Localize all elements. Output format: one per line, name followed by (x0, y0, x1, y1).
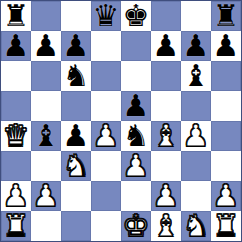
piece-black-bishop[interactable]: ♝ (183, 61, 210, 91)
piece-white-knight[interactable]: ♞ (183, 211, 210, 241)
square-f5[interactable] (151, 91, 181, 121)
square-e6[interactable] (121, 61, 151, 91)
square-e7[interactable] (121, 31, 151, 61)
piece-white-queen[interactable]: ♛ (3, 121, 30, 151)
square-a4[interactable]: ♛ (1, 121, 31, 151)
piece-white-king[interactable]: ♚ (123, 211, 150, 241)
piece-white-pawn[interactable]: ♟ (3, 181, 30, 211)
square-f7[interactable]: ♟ (151, 31, 181, 61)
square-d5[interactable] (91, 91, 121, 121)
square-h8[interactable]: ♜ (211, 1, 241, 31)
piece-black-queen[interactable]: ♛ (93, 1, 120, 31)
piece-black-king[interactable]: ♚ (123, 1, 150, 31)
square-e8[interactable]: ♚ (121, 1, 151, 31)
piece-white-pawn[interactable]: ♟ (153, 181, 180, 211)
piece-black-knight[interactable]: ♞ (63, 61, 90, 91)
piece-black-pawn[interactable]: ♟ (183, 31, 210, 61)
square-b4[interactable]: ♝ (31, 121, 61, 151)
square-a3[interactable] (1, 151, 31, 181)
square-h5[interactable] (211, 91, 241, 121)
piece-white-pawn[interactable]: ♟ (33, 181, 60, 211)
piece-black-pawn[interactable]: ♟ (123, 91, 150, 121)
piece-white-pawn[interactable]: ♟ (93, 121, 120, 151)
square-f2[interactable]: ♟ (151, 181, 181, 211)
square-h1[interactable]: ♜ (211, 211, 241, 241)
square-e2[interactable] (121, 181, 151, 211)
square-a7[interactable]: ♟ (1, 31, 31, 61)
square-a1[interactable]: ♜ (1, 211, 31, 241)
piece-white-bishop[interactable]: ♝ (153, 211, 180, 241)
square-c8[interactable] (61, 1, 91, 31)
square-d8[interactable]: ♛ (91, 1, 121, 31)
square-h7[interactable]: ♟ (211, 31, 241, 61)
square-d1[interactable] (91, 211, 121, 241)
square-h2[interactable]: ♟ (211, 181, 241, 211)
square-d2[interactable] (91, 181, 121, 211)
square-c5[interactable] (61, 91, 91, 121)
square-a2[interactable]: ♟ (1, 181, 31, 211)
piece-white-pawn[interactable]: ♟ (213, 181, 240, 211)
square-f8[interactable] (151, 1, 181, 31)
square-d3[interactable] (91, 151, 121, 181)
piece-black-rook[interactable]: ♜ (3, 1, 30, 31)
square-c7[interactable]: ♟ (61, 31, 91, 61)
piece-black-bishop[interactable]: ♝ (33, 121, 60, 151)
chess-board: ♜♛♚♜♟♟♟♟♟♟♞♝♟♛♝♟♟♞♝♟♞♟♟♟♟♟♜♚♝♞♜ (0, 0, 242, 242)
square-d7[interactable] (91, 31, 121, 61)
square-e1[interactable]: ♚ (121, 211, 151, 241)
piece-white-rook[interactable]: ♜ (213, 211, 240, 241)
piece-white-pawn[interactable]: ♟ (123, 151, 150, 181)
square-b7[interactable]: ♟ (31, 31, 61, 61)
square-a8[interactable]: ♜ (1, 1, 31, 31)
square-b3[interactable] (31, 151, 61, 181)
piece-black-pawn[interactable]: ♟ (63, 121, 90, 151)
piece-black-pawn[interactable]: ♟ (63, 31, 90, 61)
piece-black-pawn[interactable]: ♟ (3, 31, 30, 61)
square-h6[interactable] (211, 61, 241, 91)
square-f4[interactable]: ♝ (151, 121, 181, 151)
square-d4[interactable]: ♟ (91, 121, 121, 151)
piece-black-pawn[interactable]: ♟ (153, 31, 180, 61)
square-h3[interactable] (211, 151, 241, 181)
piece-black-pawn[interactable]: ♟ (213, 31, 240, 61)
square-b6[interactable] (31, 61, 61, 91)
square-c3[interactable]: ♞ (61, 151, 91, 181)
square-b5[interactable] (31, 91, 61, 121)
square-b2[interactable]: ♟ (31, 181, 61, 211)
square-e4[interactable]: ♞ (121, 121, 151, 151)
square-c6[interactable]: ♞ (61, 61, 91, 91)
piece-black-rook[interactable]: ♜ (213, 1, 240, 31)
square-d6[interactable] (91, 61, 121, 91)
piece-white-knight[interactable]: ♞ (63, 151, 90, 181)
square-c2[interactable] (61, 181, 91, 211)
square-g1[interactable]: ♞ (181, 211, 211, 241)
square-c1[interactable] (61, 211, 91, 241)
piece-white-pawn[interactable]: ♟ (183, 121, 210, 151)
square-b1[interactable] (31, 211, 61, 241)
square-e3[interactable]: ♟ (121, 151, 151, 181)
square-f3[interactable] (151, 151, 181, 181)
square-a5[interactable] (1, 91, 31, 121)
square-g2[interactable] (181, 181, 211, 211)
square-a6[interactable] (1, 61, 31, 91)
square-f1[interactable]: ♝ (151, 211, 181, 241)
square-g4[interactable]: ♟ (181, 121, 211, 151)
square-f6[interactable] (151, 61, 181, 91)
square-g5[interactable] (181, 91, 211, 121)
square-e5[interactable]: ♟ (121, 91, 151, 121)
piece-black-knight[interactable]: ♞ (123, 121, 150, 151)
piece-white-bishop[interactable]: ♝ (153, 121, 180, 151)
piece-black-pawn[interactable]: ♟ (33, 31, 60, 61)
square-g7[interactable]: ♟ (181, 31, 211, 61)
square-g3[interactable] (181, 151, 211, 181)
square-c4[interactable]: ♟ (61, 121, 91, 151)
square-h4[interactable] (211, 121, 241, 151)
square-b8[interactable] (31, 1, 61, 31)
square-g8[interactable] (181, 1, 211, 31)
piece-white-rook[interactable]: ♜ (3, 211, 30, 241)
square-g6[interactable]: ♝ (181, 61, 211, 91)
